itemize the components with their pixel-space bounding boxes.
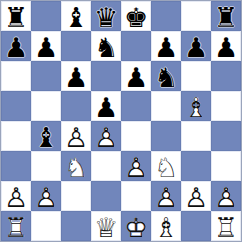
square-g8[interactable] bbox=[181, 1, 211, 31]
square-a7[interactable]: ♟ bbox=[1, 31, 31, 61]
black-pawn[interactable]: ♟ bbox=[181, 32, 211, 61]
square-a4[interactable] bbox=[1, 121, 31, 151]
square-h7[interactable]: ♟ bbox=[211, 31, 241, 61]
square-e1[interactable]: ♚♔ bbox=[121, 211, 151, 241]
square-b3[interactable] bbox=[31, 151, 61, 181]
square-e7[interactable] bbox=[121, 31, 151, 61]
square-g6[interactable] bbox=[181, 61, 211, 91]
piece-glyph-outline: ♘ bbox=[151, 152, 181, 181]
square-e8[interactable]: ♚ bbox=[121, 1, 151, 31]
piece-glyph-outline: ♙ bbox=[151, 182, 181, 211]
white-pawn[interactable]: ♟♙ bbox=[1, 182, 31, 211]
square-g4[interactable] bbox=[181, 121, 211, 151]
square-a3[interactable] bbox=[1, 151, 31, 181]
white-king[interactable]: ♚♔ bbox=[121, 212, 151, 241]
square-a6[interactable] bbox=[1, 61, 31, 91]
square-f5[interactable] bbox=[151, 91, 181, 121]
piece-glyph-outline: ♗ bbox=[181, 92, 211, 121]
square-g5[interactable]: ♝♗ bbox=[181, 91, 211, 121]
black-pawn[interactable]: ♟ bbox=[1, 32, 31, 61]
square-d5[interactable]: ♟ bbox=[91, 91, 121, 121]
black-king[interactable]: ♚ bbox=[121, 2, 151, 31]
square-d2[interactable] bbox=[91, 181, 121, 211]
square-b5[interactable] bbox=[31, 91, 61, 121]
square-a2[interactable]: ♟♙ bbox=[1, 181, 31, 211]
square-f1[interactable]: ♝♗ bbox=[151, 211, 181, 241]
piece-glyph-outline: ♙ bbox=[91, 122, 121, 151]
black-rook[interactable]: ♜ bbox=[211, 2, 241, 31]
square-h1[interactable]: ♜♖ bbox=[211, 211, 241, 241]
piece-glyph-outline: ♙ bbox=[121, 152, 151, 181]
piece-glyph-outline: ♖ bbox=[1, 212, 31, 241]
square-f6[interactable]: ♞ bbox=[151, 61, 181, 91]
piece-glyph-outline: ♙ bbox=[31, 182, 61, 211]
square-f4[interactable] bbox=[151, 121, 181, 151]
square-c4[interactable]: ♟♙ bbox=[61, 121, 91, 151]
white-pawn[interactable]: ♟♙ bbox=[211, 182, 241, 211]
square-g7[interactable]: ♟ bbox=[181, 31, 211, 61]
black-pawn[interactable]: ♟ bbox=[151, 32, 181, 61]
black-pawn[interactable]: ♟ bbox=[211, 32, 241, 61]
square-c8[interactable]: ♝ bbox=[61, 1, 91, 31]
square-a1[interactable]: ♜♖ bbox=[1, 211, 31, 241]
piece-glyph-outline: ♙ bbox=[61, 122, 91, 151]
black-pawn[interactable]: ♟ bbox=[31, 32, 61, 61]
square-f3[interactable]: ♞♘ bbox=[151, 151, 181, 181]
square-e5[interactable] bbox=[121, 91, 151, 121]
square-d8[interactable]: ♛ bbox=[91, 1, 121, 31]
chess-board: ♜♝♛♚♜♟♟♞♟♟♟♟♟♞♟♝♗♝♟♙♟♙♞♘♟♙♞♘♟♙♟♙♟♙♟♙♟♙♜♖… bbox=[0, 0, 242, 242]
square-a8[interactable]: ♜ bbox=[1, 1, 31, 31]
square-h5[interactable] bbox=[211, 91, 241, 121]
square-g1[interactable] bbox=[181, 211, 211, 241]
square-f8[interactable] bbox=[151, 1, 181, 31]
black-knight[interactable]: ♞ bbox=[91, 32, 121, 61]
square-b4[interactable]: ♝ bbox=[31, 121, 61, 151]
black-rook[interactable]: ♜ bbox=[1, 2, 31, 31]
square-d3[interactable] bbox=[91, 151, 121, 181]
square-b6[interactable] bbox=[31, 61, 61, 91]
square-c1[interactable] bbox=[61, 211, 91, 241]
square-b1[interactable] bbox=[31, 211, 61, 241]
square-e3[interactable]: ♟♙ bbox=[121, 151, 151, 181]
square-a5[interactable] bbox=[1, 91, 31, 121]
white-pawn[interactable]: ♟♙ bbox=[121, 152, 151, 181]
square-c3[interactable]: ♞♘ bbox=[61, 151, 91, 181]
square-d4[interactable]: ♟♙ bbox=[91, 121, 121, 151]
white-rook[interactable]: ♜♖ bbox=[211, 212, 241, 241]
white-knight[interactable]: ♞♘ bbox=[151, 152, 181, 181]
square-b2[interactable]: ♟♙ bbox=[31, 181, 61, 211]
square-d7[interactable]: ♞ bbox=[91, 31, 121, 61]
black-bishop[interactable]: ♝ bbox=[31, 122, 61, 151]
piece-glyph-outline: ♙ bbox=[181, 182, 211, 211]
white-rook[interactable]: ♜♖ bbox=[1, 212, 31, 241]
white-pawn[interactable]: ♟♙ bbox=[181, 182, 211, 211]
black-pawn[interactable]: ♟ bbox=[61, 62, 91, 91]
piece-glyph-outline: ♙ bbox=[211, 182, 241, 211]
square-c5[interactable] bbox=[61, 91, 91, 121]
black-pawn[interactable]: ♟ bbox=[121, 62, 151, 91]
white-bishop[interactable]: ♝♗ bbox=[151, 212, 181, 241]
black-knight[interactable]: ♞ bbox=[151, 62, 181, 91]
white-pawn[interactable]: ♟♙ bbox=[61, 122, 91, 151]
piece-glyph-outline: ♔ bbox=[121, 212, 151, 241]
square-g2[interactable]: ♟♙ bbox=[181, 181, 211, 211]
black-pawn[interactable]: ♟ bbox=[91, 92, 121, 121]
white-pawn[interactable]: ♟♙ bbox=[151, 182, 181, 211]
piece-glyph-outline: ♙ bbox=[1, 182, 31, 211]
white-knight[interactable]: ♞♘ bbox=[61, 152, 91, 181]
piece-glyph-outline: ♕ bbox=[91, 212, 121, 241]
square-c7[interactable] bbox=[61, 31, 91, 61]
black-queen[interactable]: ♛ bbox=[91, 2, 121, 31]
piece-glyph-outline: ♘ bbox=[61, 152, 91, 181]
white-bishop[interactable]: ♝♗ bbox=[181, 92, 211, 121]
white-queen[interactable]: ♛♕ bbox=[91, 212, 121, 241]
square-e6[interactable]: ♟ bbox=[121, 61, 151, 91]
square-c2[interactable] bbox=[61, 181, 91, 211]
square-f7[interactable]: ♟ bbox=[151, 31, 181, 61]
black-bishop[interactable]: ♝ bbox=[61, 2, 91, 31]
square-g3[interactable] bbox=[181, 151, 211, 181]
square-b7[interactable]: ♟ bbox=[31, 31, 61, 61]
square-d1[interactable]: ♛♕ bbox=[91, 211, 121, 241]
square-h6[interactable] bbox=[211, 61, 241, 91]
piece-glyph-outline: ♗ bbox=[151, 212, 181, 241]
square-b8[interactable] bbox=[31, 1, 61, 31]
square-c6[interactable]: ♟ bbox=[61, 61, 91, 91]
white-pawn[interactable]: ♟♙ bbox=[91, 122, 121, 151]
square-e2[interactable] bbox=[121, 181, 151, 211]
square-f2[interactable]: ♟♙ bbox=[151, 181, 181, 211]
square-h2[interactable]: ♟♙ bbox=[211, 181, 241, 211]
square-h3[interactable] bbox=[211, 151, 241, 181]
piece-glyph-outline: ♖ bbox=[211, 212, 241, 241]
square-e4[interactable] bbox=[121, 121, 151, 151]
white-pawn[interactable]: ♟♙ bbox=[31, 182, 61, 211]
square-d6[interactable] bbox=[91, 61, 121, 91]
square-h4[interactable] bbox=[211, 121, 241, 151]
square-h8[interactable]: ♜ bbox=[211, 1, 241, 31]
